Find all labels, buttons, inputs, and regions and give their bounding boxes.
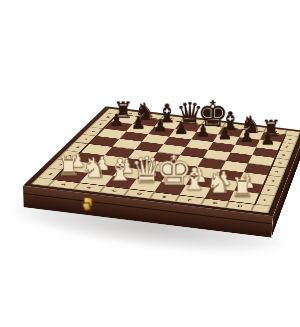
chess-piece-black-king: ♚ <box>197 97 218 132</box>
chess-board: ABCDEFGH8♜♞♝♛♚♝♞♜87♟♟♟♟♟♟♟♟7665544332♟♟♟… <box>23 106 300 216</box>
file-label: E <box>150 192 180 202</box>
scene: ABCDEFGH8♜♞♝♛♚♝♞♜87♟♟♟♟♟♟♟♟7665544332♟♟♟… <box>0 0 300 327</box>
square-g1: ♞ <box>204 188 234 201</box>
file-label: A <box>48 180 79 190</box>
border-corner <box>251 204 271 213</box>
file-label: G <box>201 198 230 208</box>
brass-clasp-icon <box>83 197 92 210</box>
rank-label: 1 <box>254 194 275 206</box>
chess-piece-black-queen: ♛ <box>176 99 197 130</box>
